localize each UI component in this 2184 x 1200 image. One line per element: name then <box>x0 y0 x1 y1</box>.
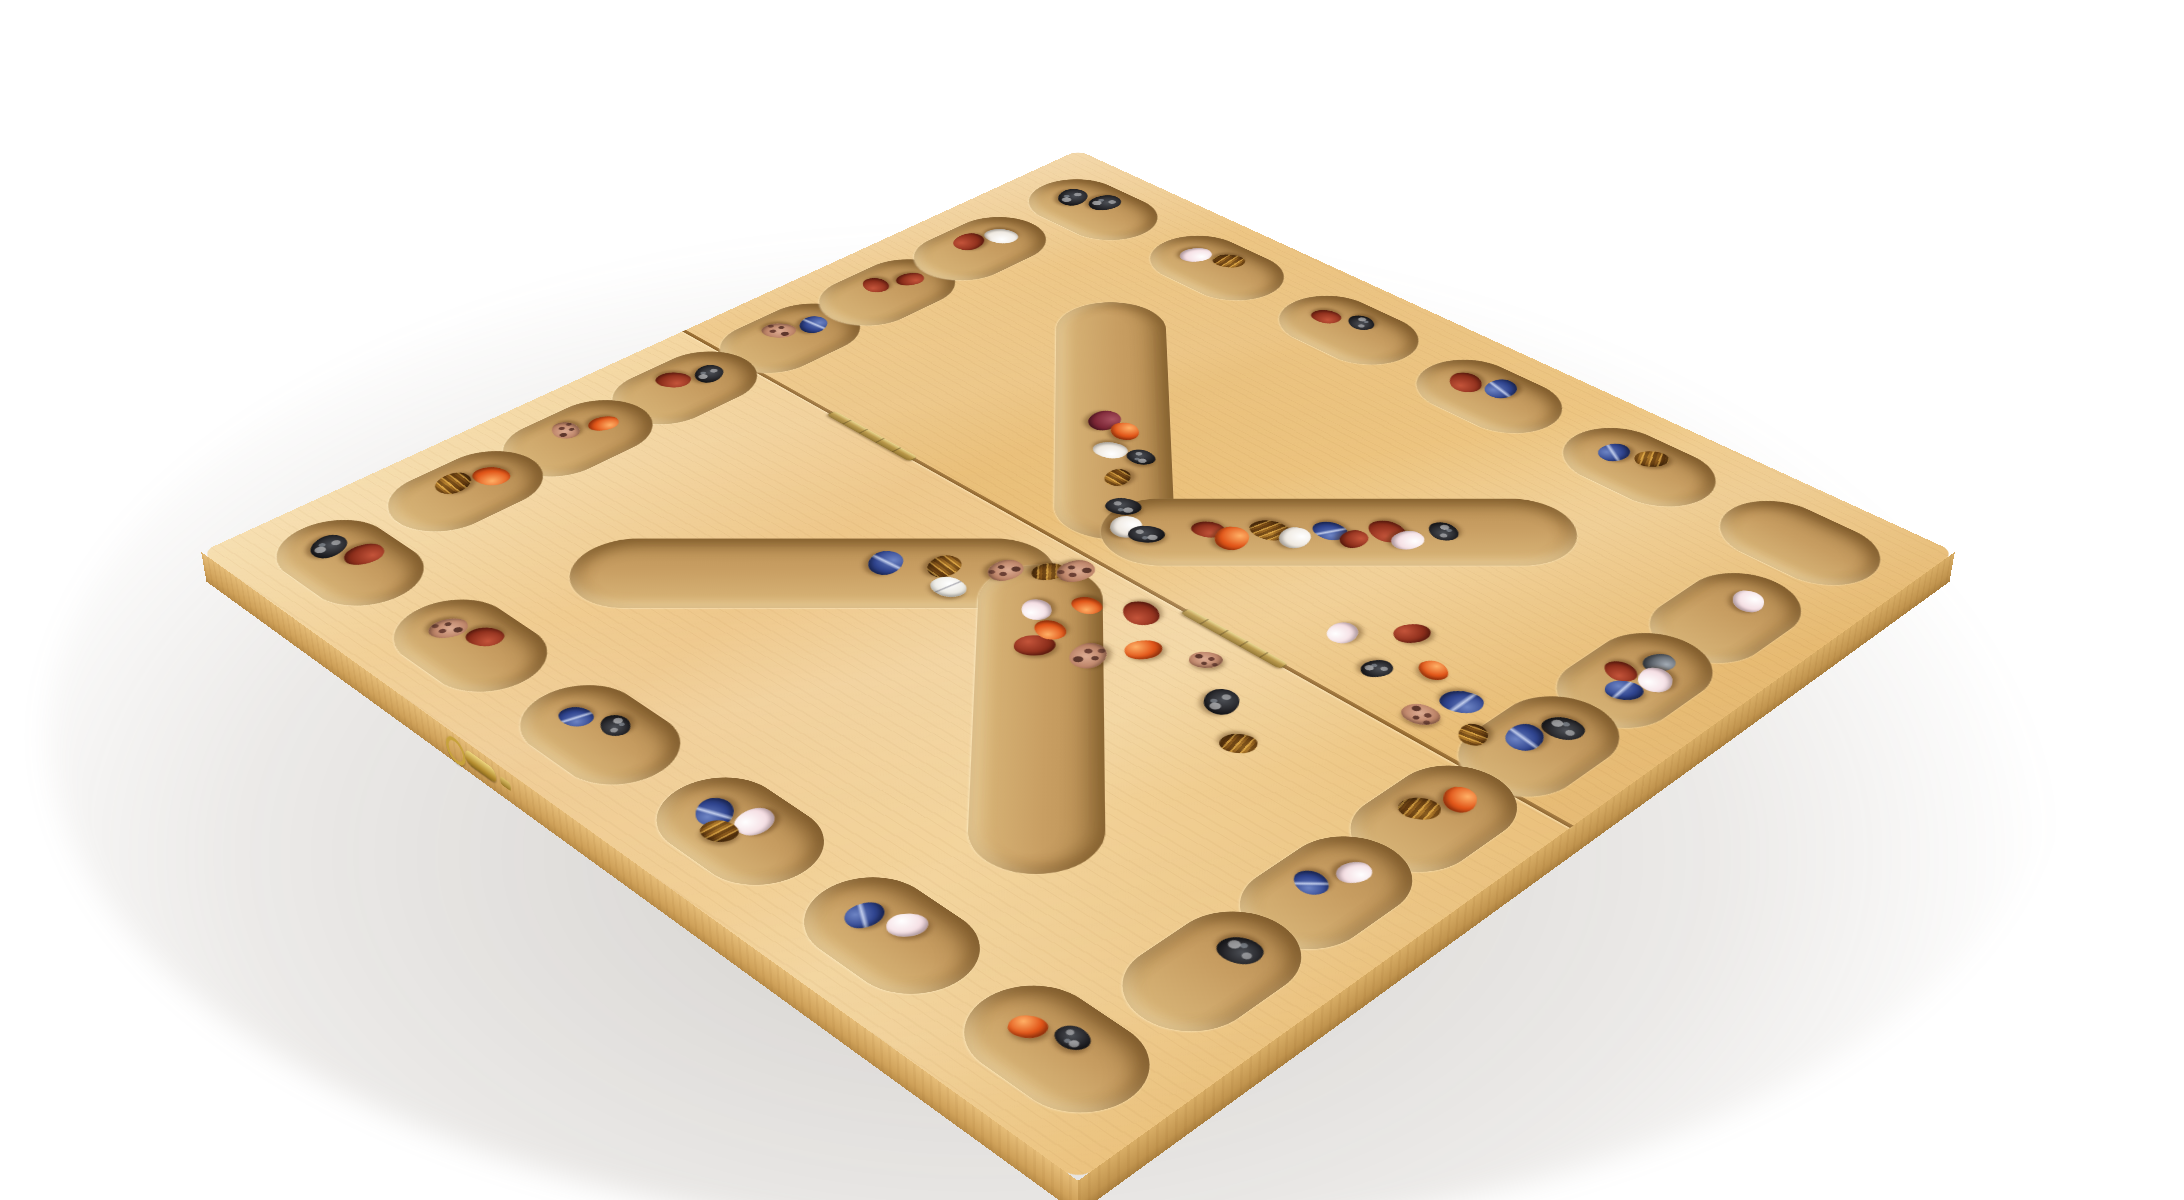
stone-red-jasper <box>1307 307 1346 326</box>
stone-snowflake-obsidian <box>1082 192 1127 213</box>
stone-rose-quartz <box>1175 246 1216 264</box>
stone-clear-quartz <box>980 226 1023 245</box>
clasp-keeper <box>500 776 512 792</box>
stone-snowflake-obsidian <box>691 364 726 384</box>
stone-tiger-eye <box>1210 253 1247 269</box>
stone-rose-quartz <box>885 912 930 938</box>
stone-red-jasper <box>652 372 693 389</box>
stone-tiger-eye <box>428 470 478 497</box>
stone-leopard-jasper <box>547 419 584 441</box>
stone-sodalite <box>1592 440 1637 464</box>
stone-red-jasper <box>858 276 893 295</box>
stone-leopard-jasper <box>759 322 799 338</box>
stone-snowflake-obsidian <box>596 712 634 739</box>
stone-red-jasper <box>891 271 927 288</box>
stone-snowflake-obsidian <box>1211 932 1270 969</box>
stone-sodalite <box>837 897 893 933</box>
stone-rose-quartz <box>1732 589 1764 613</box>
stone-snowflake-obsidian <box>1048 1021 1098 1055</box>
stone-sodalite <box>796 315 830 334</box>
stone-carnelian <box>583 414 622 434</box>
stone-snowflake-obsidian <box>1054 188 1091 208</box>
stone-tiger-eye <box>1397 796 1441 821</box>
